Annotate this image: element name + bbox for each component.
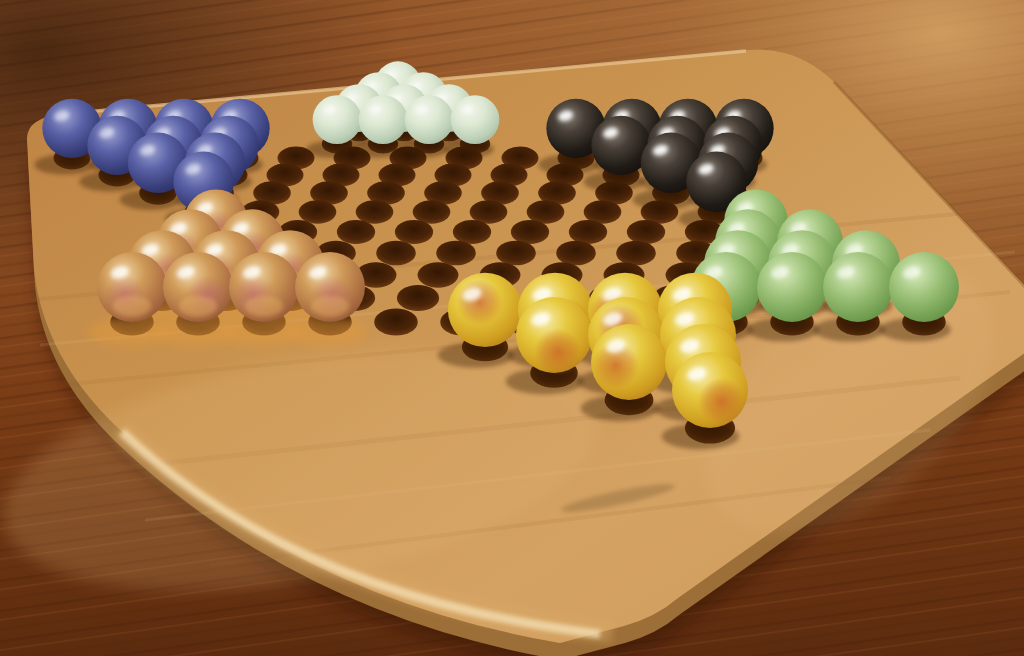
marble-body [823, 252, 893, 322]
hole[interactable] [395, 220, 433, 244]
hole[interactable] [470, 200, 508, 223]
hole[interactable] [511, 220, 549, 244]
marble-shadow [506, 368, 584, 394]
marble-inner-glow [311, 296, 349, 317]
marble-inner-glow [245, 296, 283, 317]
hole[interactable] [413, 200, 451, 223]
marble-shadow [120, 189, 182, 210]
hole[interactable] [436, 241, 476, 266]
marble-shadow [438, 343, 514, 368]
marble-shadow [814, 318, 885, 342]
marble-shadow [748, 318, 819, 342]
marble-body [405, 95, 454, 144]
hole[interactable] [376, 241, 416, 266]
hole[interactable] [627, 220, 665, 244]
marble-shadow [583, 171, 644, 191]
marble-swirl [698, 378, 745, 425]
marble-body [313, 95, 362, 144]
marble-shadow [880, 318, 951, 342]
marble-swirl [456, 279, 502, 325]
hole[interactable] [374, 308, 418, 335]
marble-shadow [398, 141, 448, 158]
hole[interactable] [418, 262, 459, 287]
hole[interactable] [527, 200, 565, 223]
marble-inner-glow [113, 296, 151, 317]
hole[interactable] [556, 241, 596, 266]
marble-shadow [538, 154, 599, 174]
marble-glow [286, 318, 366, 346]
hole[interactable] [616, 241, 656, 266]
marble-body [359, 95, 408, 144]
marble-shadow [662, 423, 740, 449]
photo-scene [0, 0, 1024, 656]
marble-swirl [534, 329, 581, 376]
marble-inner-glow [179, 296, 217, 317]
marble-body [757, 252, 827, 322]
marble-shadow [633, 189, 695, 210]
marble-shadow [352, 141, 402, 158]
hole[interactable] [337, 220, 375, 244]
hole[interactable] [397, 285, 439, 311]
marble-shadow [444, 141, 494, 158]
marble-shadow [581, 395, 659, 421]
marble-shadow [306, 141, 356, 158]
marble-body [451, 95, 500, 144]
marble-shadow [34, 154, 95, 174]
hole[interactable] [569, 220, 607, 244]
hole[interactable] [299, 200, 337, 223]
hole[interactable] [356, 200, 394, 223]
hole[interactable] [453, 220, 491, 244]
hole[interactable] [496, 241, 536, 266]
marble-body [889, 252, 959, 322]
chinese-checkers-scene [0, 0, 1024, 656]
